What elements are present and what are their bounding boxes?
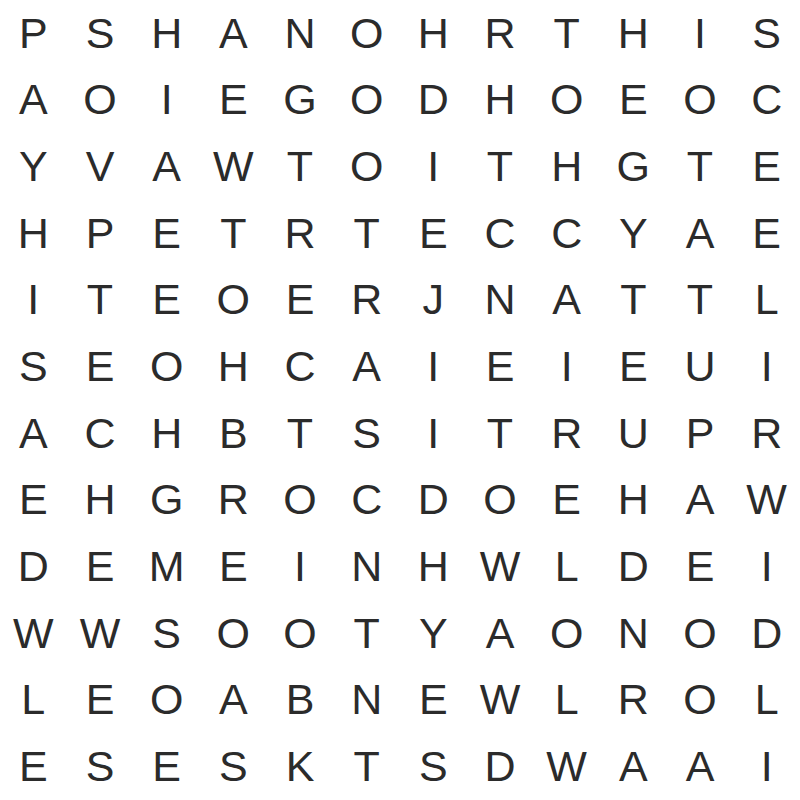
grid-cell[interactable]: A bbox=[667, 200, 734, 267]
grid-cell[interactable]: Y bbox=[0, 133, 67, 200]
grid-cell[interactable]: I bbox=[267, 533, 334, 600]
grid-cell[interactable]: L bbox=[733, 667, 800, 734]
grid-cell[interactable]: O bbox=[333, 0, 400, 67]
grid-cell[interactable]: T bbox=[533, 0, 600, 67]
grid-cell[interactable]: E bbox=[67, 667, 134, 734]
grid-cell[interactable]: L bbox=[533, 667, 600, 734]
grid-cell[interactable]: E bbox=[467, 333, 534, 400]
grid-cell[interactable]: A bbox=[467, 600, 534, 667]
grid-cell[interactable]: C bbox=[733, 67, 800, 134]
grid-cell[interactable]: H bbox=[133, 400, 200, 467]
grid-cell[interactable]: E bbox=[67, 333, 134, 400]
grid-cell[interactable]: O bbox=[267, 600, 334, 667]
grid-cell[interactable]: H bbox=[67, 467, 134, 534]
grid-cell[interactable]: E bbox=[200, 67, 267, 134]
grid-cell[interactable]: N bbox=[267, 0, 334, 67]
grid-cell[interactable]: W bbox=[0, 600, 67, 667]
grid-cell[interactable]: E bbox=[0, 467, 67, 534]
grid-cell[interactable]: H bbox=[533, 133, 600, 200]
grid-cell[interactable]: A bbox=[333, 333, 400, 400]
grid-cell[interactable]: H bbox=[600, 0, 667, 67]
grid-cell[interactable]: G bbox=[600, 133, 667, 200]
grid-cell[interactable]: B bbox=[200, 400, 267, 467]
grid-cell[interactable]: Y bbox=[400, 600, 467, 667]
word-search-grid: PSHANOHRTHISAOIEGODHOEOCYVAWTOITHGTEHPET… bbox=[0, 0, 800, 800]
grid-cell[interactable]: L bbox=[733, 267, 800, 334]
grid-cell[interactable]: I bbox=[667, 0, 734, 67]
grid-cell[interactable]: N bbox=[333, 667, 400, 734]
grid-cell[interactable]: W bbox=[467, 533, 534, 600]
grid-cell[interactable]: T bbox=[333, 733, 400, 800]
grid-cell[interactable]: O bbox=[533, 67, 600, 134]
grid-cell[interactable]: U bbox=[667, 333, 734, 400]
grid-cell[interactable]: I bbox=[133, 67, 200, 134]
grid-cell[interactable]: T bbox=[333, 200, 400, 267]
grid-cell[interactable]: W bbox=[533, 733, 600, 800]
grid-cell[interactable]: O bbox=[200, 600, 267, 667]
grid-cell[interactable]: P bbox=[0, 0, 67, 67]
grid-cell[interactable]: I bbox=[733, 333, 800, 400]
grid-cell[interactable]: D bbox=[600, 533, 667, 600]
grid-cell[interactable]: M bbox=[133, 533, 200, 600]
grid-cell[interactable]: H bbox=[600, 467, 667, 534]
grid-cell[interactable]: E bbox=[0, 733, 67, 800]
grid-cell[interactable]: I bbox=[533, 333, 600, 400]
grid-cell[interactable]: I bbox=[400, 400, 467, 467]
grid-cell[interactable]: L bbox=[0, 667, 67, 734]
grid-cell[interactable]: S bbox=[133, 600, 200, 667]
grid-cell[interactable]: N bbox=[467, 267, 534, 334]
grid-cell[interactable]: U bbox=[600, 400, 667, 467]
grid-cell[interactable]: C bbox=[467, 200, 534, 267]
grid-cell[interactable]: O bbox=[200, 267, 267, 334]
grid-cell[interactable]: T bbox=[667, 267, 734, 334]
grid-cell[interactable]: O bbox=[67, 67, 134, 134]
grid-cell[interactable]: D bbox=[400, 67, 467, 134]
grid-cell[interactable]: H bbox=[467, 67, 534, 134]
grid-cell[interactable]: S bbox=[67, 733, 134, 800]
grid-cell[interactable]: E bbox=[400, 200, 467, 267]
grid-cell[interactable]: B bbox=[267, 667, 334, 734]
grid-cell[interactable]: I bbox=[733, 533, 800, 600]
grid-cell[interactable]: T bbox=[667, 133, 734, 200]
grid-cell[interactable]: C bbox=[333, 467, 400, 534]
grid-cell[interactable]: E bbox=[600, 333, 667, 400]
grid-cell[interactable]: G bbox=[133, 467, 200, 534]
grid-cell[interactable]: E bbox=[133, 733, 200, 800]
grid-cell[interactable]: T bbox=[267, 400, 334, 467]
grid-cell[interactable]: A bbox=[0, 400, 67, 467]
grid-cell[interactable]: A bbox=[667, 733, 734, 800]
grid-cell[interactable]: A bbox=[200, 0, 267, 67]
grid-cell[interactable]: O bbox=[667, 67, 734, 134]
grid-cell[interactable]: C bbox=[533, 200, 600, 267]
grid-cell[interactable]: I bbox=[400, 133, 467, 200]
grid-cell[interactable]: I bbox=[733, 733, 800, 800]
grid-cell[interactable]: O bbox=[267, 467, 334, 534]
grid-cell[interactable]: E bbox=[133, 200, 200, 267]
grid-cell[interactable]: E bbox=[533, 467, 600, 534]
grid-cell[interactable]: H bbox=[400, 533, 467, 600]
grid-cell[interactable]: N bbox=[333, 533, 400, 600]
grid-cell[interactable]: R bbox=[733, 400, 800, 467]
grid-cell[interactable]: S bbox=[400, 733, 467, 800]
grid-cell[interactable]: J bbox=[400, 267, 467, 334]
grid-cell[interactable]: A bbox=[200, 667, 267, 734]
grid-cell[interactable]: E bbox=[733, 200, 800, 267]
grid-cell[interactable]: A bbox=[133, 133, 200, 200]
grid-cell[interactable]: E bbox=[200, 533, 267, 600]
grid-cell[interactable]: A bbox=[600, 733, 667, 800]
grid-cell[interactable]: L bbox=[533, 533, 600, 600]
grid-cell[interactable]: R bbox=[333, 267, 400, 334]
grid-cell[interactable]: W bbox=[733, 467, 800, 534]
grid-cell[interactable]: R bbox=[200, 467, 267, 534]
grid-cell[interactable]: E bbox=[733, 133, 800, 200]
grid-cell[interactable]: O bbox=[533, 600, 600, 667]
grid-cell[interactable]: T bbox=[467, 133, 534, 200]
grid-cell[interactable]: O bbox=[333, 133, 400, 200]
grid-cell[interactable]: O bbox=[667, 667, 734, 734]
grid-cell[interactable]: O bbox=[133, 333, 200, 400]
grid-cell[interactable]: H bbox=[400, 0, 467, 67]
grid-cell[interactable]: E bbox=[267, 267, 334, 334]
grid-cell[interactable]: R bbox=[533, 400, 600, 467]
grid-cell[interactable]: T bbox=[67, 267, 134, 334]
grid-cell[interactable]: V bbox=[67, 133, 134, 200]
grid-cell[interactable]: D bbox=[0, 533, 67, 600]
grid-cell[interactable]: I bbox=[0, 267, 67, 334]
grid-cell[interactable]: A bbox=[667, 467, 734, 534]
grid-cell[interactable]: R bbox=[267, 200, 334, 267]
grid-cell[interactable]: H bbox=[0, 200, 67, 267]
grid-cell[interactable]: E bbox=[400, 667, 467, 734]
grid-cell[interactable]: S bbox=[67, 0, 134, 67]
grid-cell[interactable]: T bbox=[467, 400, 534, 467]
grid-cell[interactable]: P bbox=[667, 400, 734, 467]
grid-cell[interactable]: A bbox=[533, 267, 600, 334]
grid-cell[interactable]: R bbox=[600, 667, 667, 734]
grid-cell[interactable]: G bbox=[267, 67, 334, 134]
grid-cell[interactable]: C bbox=[67, 400, 134, 467]
grid-cell[interactable]: Y bbox=[600, 200, 667, 267]
grid-cell[interactable]: S bbox=[333, 400, 400, 467]
grid-cell[interactable]: W bbox=[67, 600, 134, 667]
grid-cell[interactable]: K bbox=[267, 733, 334, 800]
grid-cell[interactable]: T bbox=[200, 200, 267, 267]
grid-cell[interactable]: I bbox=[400, 333, 467, 400]
grid-cell[interactable]: E bbox=[133, 267, 200, 334]
grid-cell[interactable]: W bbox=[467, 667, 534, 734]
grid-cell[interactable]: T bbox=[267, 133, 334, 200]
grid-cell[interactable]: H bbox=[133, 0, 200, 67]
grid-cell[interactable]: C bbox=[267, 333, 334, 400]
grid-cell[interactable]: D bbox=[400, 467, 467, 534]
grid-cell[interactable]: O bbox=[133, 667, 200, 734]
grid-cell[interactable]: S bbox=[0, 333, 67, 400]
grid-cell[interactable]: W bbox=[200, 133, 267, 200]
grid-cell[interactable]: S bbox=[733, 0, 800, 67]
grid-cell[interactable]: D bbox=[733, 600, 800, 667]
grid-cell[interactable]: O bbox=[333, 67, 400, 134]
grid-cell[interactable]: H bbox=[200, 333, 267, 400]
grid-cell[interactable]: N bbox=[600, 600, 667, 667]
grid-cell[interactable]: O bbox=[467, 467, 534, 534]
grid-cell[interactable]: E bbox=[667, 533, 734, 600]
grid-cell[interactable]: T bbox=[600, 267, 667, 334]
grid-cell[interactable]: D bbox=[467, 733, 534, 800]
grid-cell[interactable]: P bbox=[67, 200, 134, 267]
grid-cell[interactable]: S bbox=[200, 733, 267, 800]
grid-cell[interactable]: E bbox=[600, 67, 667, 134]
grid-cell[interactable]: T bbox=[333, 600, 400, 667]
grid-cell[interactable]: O bbox=[667, 600, 734, 667]
grid-cell[interactable]: A bbox=[0, 67, 67, 134]
grid-cell[interactable]: E bbox=[67, 533, 134, 600]
grid-cell[interactable]: R bbox=[467, 0, 534, 67]
